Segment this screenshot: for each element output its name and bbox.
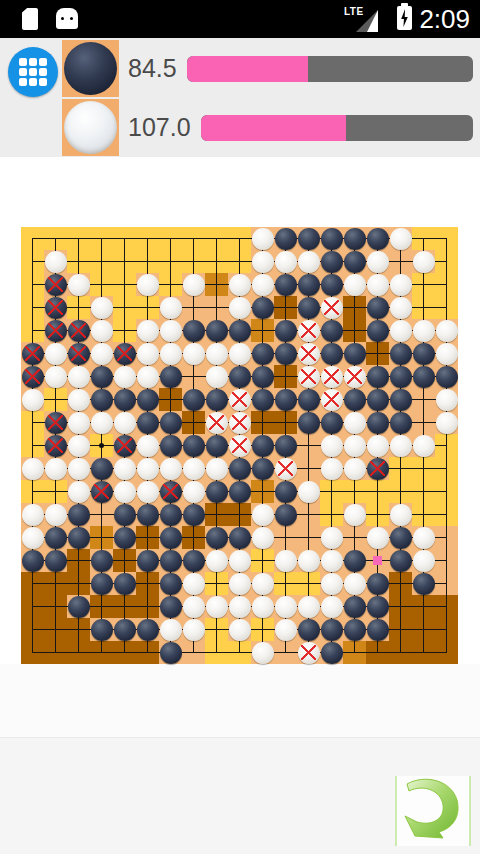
board-point-11-1[interactable] [251, 227, 274, 250]
board-point-4-4[interactable] [90, 296, 113, 319]
board-point-17-12[interactable] [389, 480, 412, 503]
board-point-2-19[interactable] [44, 641, 67, 664]
board-point-18-6[interactable] [412, 342, 435, 365]
board-point-11-11[interactable] [251, 457, 274, 480]
board-point-3-12[interactable] [67, 480, 90, 503]
board-point-12-3[interactable] [274, 273, 297, 296]
board-point-1-12[interactable] [21, 480, 44, 503]
board-point-9-9[interactable] [205, 411, 228, 434]
board-point-11-9[interactable] [251, 411, 274, 434]
board-point-4-18[interactable] [90, 618, 113, 641]
board-point-3-16[interactable] [67, 572, 90, 595]
board-point-14-10[interactable] [320, 434, 343, 457]
board-point-7-1[interactable] [159, 227, 182, 250]
board-point-5-15[interactable] [113, 549, 136, 572]
board-point-7-5[interactable] [159, 319, 182, 342]
board-point-10-6[interactable] [228, 342, 251, 365]
board-point-10-7[interactable] [228, 365, 251, 388]
board-point-13-15[interactable] [297, 549, 320, 572]
board-point-6-14[interactable] [136, 526, 159, 549]
board-point-1-9[interactable] [21, 411, 44, 434]
board-point-13-11[interactable] [297, 457, 320, 480]
board-point-12-4[interactable] [274, 296, 297, 319]
board-point-4-17[interactable] [90, 595, 113, 618]
board-point-17-5[interactable] [389, 319, 412, 342]
board-point-2-10[interactable] [44, 434, 67, 457]
board-point-17-4[interactable] [389, 296, 412, 319]
board-point-16-10[interactable] [366, 434, 389, 457]
board-point-6-18[interactable] [136, 618, 159, 641]
board-point-17-6[interactable] [389, 342, 412, 365]
board-point-11-10[interactable] [251, 434, 274, 457]
board-point-1-6[interactable] [21, 342, 44, 365]
board-point-7-7[interactable] [159, 365, 182, 388]
board-point-3-2[interactable] [67, 250, 90, 273]
board-point-10-10[interactable] [228, 434, 251, 457]
board-point-7-13[interactable] [159, 503, 182, 526]
board-point-14-14[interactable] [320, 526, 343, 549]
board-point-8-14[interactable] [182, 526, 205, 549]
board-point-10-11[interactable] [228, 457, 251, 480]
board-point-14-12[interactable] [320, 480, 343, 503]
board-point-4-16[interactable] [90, 572, 113, 595]
board-point-16-6[interactable] [366, 342, 389, 365]
board-point-12-2[interactable] [274, 250, 297, 273]
board-point-2-14[interactable] [44, 526, 67, 549]
board-point-13-5[interactable] [297, 319, 320, 342]
board-point-16-15[interactable] [366, 549, 389, 572]
board-point-8-8[interactable] [182, 388, 205, 411]
board-point-8-3[interactable] [182, 273, 205, 296]
board-point-11-5[interactable] [251, 319, 274, 342]
next-action-button[interactable] [395, 776, 471, 846]
board-point-19-19[interactable] [435, 641, 458, 664]
board-point-1-8[interactable] [21, 388, 44, 411]
board-point-17-19[interactable] [389, 641, 412, 664]
board-point-9-2[interactable] [205, 250, 228, 273]
board-point-1-3[interactable] [21, 273, 44, 296]
board-point-18-15[interactable] [412, 549, 435, 572]
board-point-3-3[interactable] [67, 273, 90, 296]
board-point-11-13[interactable] [251, 503, 274, 526]
board-point-8-12[interactable] [182, 480, 205, 503]
board-point-18-14[interactable] [412, 526, 435, 549]
board-point-15-14[interactable] [343, 526, 366, 549]
board-point-17-8[interactable] [389, 388, 412, 411]
board-point-18-16[interactable] [412, 572, 435, 595]
board-point-3-9[interactable] [67, 411, 90, 434]
board-point-4-19[interactable] [90, 641, 113, 664]
board-point-3-13[interactable] [67, 503, 90, 526]
board-point-8-13[interactable] [182, 503, 205, 526]
board-point-12-14[interactable] [274, 526, 297, 549]
board-point-8-5[interactable] [182, 319, 205, 342]
board-point-1-1[interactable] [21, 227, 44, 250]
board-point-14-7[interactable] [320, 365, 343, 388]
board-point-18-1[interactable] [412, 227, 435, 250]
board-point-3-7[interactable] [67, 365, 90, 388]
board-point-4-2[interactable] [90, 250, 113, 273]
board-point-10-5[interactable] [228, 319, 251, 342]
board-point-2-16[interactable] [44, 572, 67, 595]
board-point-1-2[interactable] [21, 250, 44, 273]
board-point-11-3[interactable] [251, 273, 274, 296]
board-point-5-4[interactable] [113, 296, 136, 319]
board-point-19-1[interactable] [435, 227, 458, 250]
board-point-7-15[interactable] [159, 549, 182, 572]
board-point-15-8[interactable] [343, 388, 366, 411]
board-point-8-1[interactable] [182, 227, 205, 250]
board-point-5-12[interactable] [113, 480, 136, 503]
board-point-11-2[interactable] [251, 250, 274, 273]
board-point-6-2[interactable] [136, 250, 159, 273]
board-point-6-19[interactable] [136, 641, 159, 664]
board-point-1-18[interactable] [21, 618, 44, 641]
board-point-7-10[interactable] [159, 434, 182, 457]
board-point-13-9[interactable] [297, 411, 320, 434]
board-point-6-10[interactable] [136, 434, 159, 457]
board-point-4-10[interactable] [90, 434, 113, 457]
board-point-1-19[interactable] [21, 641, 44, 664]
board-point-16-11[interactable] [366, 457, 389, 480]
board-point-4-5[interactable] [90, 319, 113, 342]
board-point-2-8[interactable] [44, 388, 67, 411]
board-point-3-18[interactable] [67, 618, 90, 641]
board-point-18-8[interactable] [412, 388, 435, 411]
board-point-6-15[interactable] [136, 549, 159, 572]
board-point-15-9[interactable] [343, 411, 366, 434]
board-point-14-4[interactable] [320, 296, 343, 319]
board-point-12-17[interactable] [274, 595, 297, 618]
board-point-6-4[interactable] [136, 296, 159, 319]
board-point-5-9[interactable] [113, 411, 136, 434]
board-point-6-12[interactable] [136, 480, 159, 503]
board-point-4-1[interactable] [90, 227, 113, 250]
board-point-13-2[interactable] [297, 250, 320, 273]
board-point-19-13[interactable] [435, 503, 458, 526]
board-point-6-9[interactable] [136, 411, 159, 434]
board-point-18-12[interactable] [412, 480, 435, 503]
board-point-10-16[interactable] [228, 572, 251, 595]
board-point-8-7[interactable] [182, 365, 205, 388]
board-point-4-15[interactable] [90, 549, 113, 572]
board-point-14-9[interactable] [320, 411, 343, 434]
board-point-8-16[interactable] [182, 572, 205, 595]
board-point-12-7[interactable] [274, 365, 297, 388]
board-point-16-7[interactable] [366, 365, 389, 388]
board-point-18-9[interactable] [412, 411, 435, 434]
board-point-11-6[interactable] [251, 342, 274, 365]
board-point-7-6[interactable] [159, 342, 182, 365]
board-point-16-1[interactable] [366, 227, 389, 250]
board-point-13-12[interactable] [297, 480, 320, 503]
board-point-6-1[interactable] [136, 227, 159, 250]
board-point-5-17[interactable] [113, 595, 136, 618]
board-point-2-3[interactable] [44, 273, 67, 296]
board-point-15-6[interactable] [343, 342, 366, 365]
board-point-3-19[interactable] [67, 641, 90, 664]
board-point-17-14[interactable] [389, 526, 412, 549]
board-point-19-12[interactable] [435, 480, 458, 503]
board-point-5-11[interactable] [113, 457, 136, 480]
board-point-15-13[interactable] [343, 503, 366, 526]
board-point-12-6[interactable] [274, 342, 297, 365]
board-point-15-17[interactable] [343, 595, 366, 618]
board-point-13-19[interactable] [297, 641, 320, 664]
board-point-2-4[interactable] [44, 296, 67, 319]
board-point-15-15[interactable] [343, 549, 366, 572]
board-point-9-8[interactable] [205, 388, 228, 411]
board-point-11-12[interactable] [251, 480, 274, 503]
board-point-14-1[interactable] [320, 227, 343, 250]
board-point-3-14[interactable] [67, 526, 90, 549]
board-point-8-10[interactable] [182, 434, 205, 457]
board-point-12-12[interactable] [274, 480, 297, 503]
board-point-10-13[interactable] [228, 503, 251, 526]
board-point-6-5[interactable] [136, 319, 159, 342]
board-point-5-2[interactable] [113, 250, 136, 273]
board-point-2-12[interactable] [44, 480, 67, 503]
board-point-13-17[interactable] [297, 595, 320, 618]
board-point-6-6[interactable] [136, 342, 159, 365]
board-point-8-11[interactable] [182, 457, 205, 480]
board-point-9-10[interactable] [205, 434, 228, 457]
board-point-17-13[interactable] [389, 503, 412, 526]
board-point-11-17[interactable] [251, 595, 274, 618]
board-point-15-2[interactable] [343, 250, 366, 273]
board-point-16-16[interactable] [366, 572, 389, 595]
board-point-9-5[interactable] [205, 319, 228, 342]
board-point-8-15[interactable] [182, 549, 205, 572]
board-point-8-9[interactable] [182, 411, 205, 434]
board-point-13-3[interactable] [297, 273, 320, 296]
board-point-11-7[interactable] [251, 365, 274, 388]
board-point-14-18[interactable] [320, 618, 343, 641]
board-point-10-14[interactable] [228, 526, 251, 549]
board-point-12-8[interactable] [274, 388, 297, 411]
board-point-9-14[interactable] [205, 526, 228, 549]
board-point-7-9[interactable] [159, 411, 182, 434]
board-point-11-18[interactable] [251, 618, 274, 641]
board-point-13-16[interactable] [297, 572, 320, 595]
board-point-10-15[interactable] [228, 549, 251, 572]
board-point-5-14[interactable] [113, 526, 136, 549]
board-point-17-11[interactable] [389, 457, 412, 480]
board-point-9-3[interactable] [205, 273, 228, 296]
board-point-1-7[interactable] [21, 365, 44, 388]
board-point-2-11[interactable] [44, 457, 67, 480]
board-point-3-8[interactable] [67, 388, 90, 411]
board-point-18-17[interactable] [412, 595, 435, 618]
board-point-14-8[interactable] [320, 388, 343, 411]
board-point-9-12[interactable] [205, 480, 228, 503]
board-point-5-13[interactable] [113, 503, 136, 526]
board-point-13-8[interactable] [297, 388, 320, 411]
board-point-16-2[interactable] [366, 250, 389, 273]
board-point-16-13[interactable] [366, 503, 389, 526]
board-point-16-3[interactable] [366, 273, 389, 296]
board-point-12-10[interactable] [274, 434, 297, 457]
board-point-7-18[interactable] [159, 618, 182, 641]
board-point-13-10[interactable] [297, 434, 320, 457]
board-point-17-7[interactable] [389, 365, 412, 388]
board-point-5-5[interactable] [113, 319, 136, 342]
board-point-14-16[interactable] [320, 572, 343, 595]
board-point-16-4[interactable] [366, 296, 389, 319]
board-point-9-4[interactable] [205, 296, 228, 319]
board-point-5-7[interactable] [113, 365, 136, 388]
board-point-11-8[interactable] [251, 388, 274, 411]
board-point-19-18[interactable] [435, 618, 458, 641]
board-point-12-5[interactable] [274, 319, 297, 342]
board-point-3-6[interactable] [67, 342, 90, 365]
board-point-8-19[interactable] [182, 641, 205, 664]
board-point-3-10[interactable] [67, 434, 90, 457]
board-point-5-6[interactable] [113, 342, 136, 365]
board-point-10-8[interactable] [228, 388, 251, 411]
board-point-14-3[interactable] [320, 273, 343, 296]
board-point-9-16[interactable] [205, 572, 228, 595]
board-point-2-1[interactable] [44, 227, 67, 250]
board-point-6-3[interactable] [136, 273, 159, 296]
board-point-9-7[interactable] [205, 365, 228, 388]
board-point-1-4[interactable] [21, 296, 44, 319]
board-point-2-7[interactable] [44, 365, 67, 388]
board-point-16-8[interactable] [366, 388, 389, 411]
board-point-1-16[interactable] [21, 572, 44, 595]
board-point-7-17[interactable] [159, 595, 182, 618]
board-point-8-17[interactable] [182, 595, 205, 618]
board-point-15-10[interactable] [343, 434, 366, 457]
board-point-14-11[interactable] [320, 457, 343, 480]
board-point-18-19[interactable] [412, 641, 435, 664]
board-point-19-7[interactable] [435, 365, 458, 388]
board-point-1-10[interactable] [21, 434, 44, 457]
board-point-3-15[interactable] [67, 549, 90, 572]
board-point-6-13[interactable] [136, 503, 159, 526]
board-point-1-11[interactable] [21, 457, 44, 480]
board-point-6-17[interactable] [136, 595, 159, 618]
menu-button[interactable] [8, 47, 58, 97]
board-point-18-5[interactable] [412, 319, 435, 342]
board-point-5-1[interactable] [113, 227, 136, 250]
board-point-17-10[interactable] [389, 434, 412, 457]
board-point-18-7[interactable] [412, 365, 435, 388]
board-point-18-13[interactable] [412, 503, 435, 526]
board-point-1-15[interactable] [21, 549, 44, 572]
board-point-12-1[interactable] [274, 227, 297, 250]
board-point-4-7[interactable] [90, 365, 113, 388]
board-point-18-18[interactable] [412, 618, 435, 641]
board-point-1-5[interactable] [21, 319, 44, 342]
board-point-19-9[interactable] [435, 411, 458, 434]
board-point-19-4[interactable] [435, 296, 458, 319]
board-point-15-7[interactable] [343, 365, 366, 388]
board-point-3-4[interactable] [67, 296, 90, 319]
board-point-3-1[interactable] [67, 227, 90, 250]
board-point-18-11[interactable] [412, 457, 435, 480]
board-point-2-15[interactable] [44, 549, 67, 572]
board-point-5-3[interactable] [113, 273, 136, 296]
board-point-10-19[interactable] [228, 641, 251, 664]
board-point-10-3[interactable] [228, 273, 251, 296]
board-point-18-10[interactable] [412, 434, 435, 457]
board-point-12-13[interactable] [274, 503, 297, 526]
board-point-5-16[interactable] [113, 572, 136, 595]
board-point-15-5[interactable] [343, 319, 366, 342]
board-point-11-14[interactable] [251, 526, 274, 549]
board-point-2-2[interactable] [44, 250, 67, 273]
board-point-7-4[interactable] [159, 296, 182, 319]
board-point-19-5[interactable] [435, 319, 458, 342]
board-point-7-19[interactable] [159, 641, 182, 664]
board-point-9-15[interactable] [205, 549, 228, 572]
board-point-3-17[interactable] [67, 595, 90, 618]
board-point-19-17[interactable] [435, 595, 458, 618]
board-point-16-5[interactable] [366, 319, 389, 342]
board-point-17-16[interactable] [389, 572, 412, 595]
board-point-15-3[interactable] [343, 273, 366, 296]
board-point-15-12[interactable] [343, 480, 366, 503]
board-point-11-19[interactable] [251, 641, 274, 664]
board-point-17-3[interactable] [389, 273, 412, 296]
board-point-13-18[interactable] [297, 618, 320, 641]
board-point-2-5[interactable] [44, 319, 67, 342]
board-point-2-17[interactable] [44, 595, 67, 618]
board-point-2-18[interactable] [44, 618, 67, 641]
board-point-14-19[interactable] [320, 641, 343, 664]
board-point-13-1[interactable] [297, 227, 320, 250]
board-point-8-4[interactable] [182, 296, 205, 319]
board-point-9-18[interactable] [205, 618, 228, 641]
board-point-8-2[interactable] [182, 250, 205, 273]
board-point-19-2[interactable] [435, 250, 458, 273]
board-point-14-15[interactable] [320, 549, 343, 572]
board-point-15-4[interactable] [343, 296, 366, 319]
board-point-17-2[interactable] [389, 250, 412, 273]
board-point-7-12[interactable] [159, 480, 182, 503]
board-point-2-13[interactable] [44, 503, 67, 526]
board-point-3-5[interactable] [67, 319, 90, 342]
board-point-16-17[interactable] [366, 595, 389, 618]
board-point-4-13[interactable] [90, 503, 113, 526]
board-point-14-6[interactable] [320, 342, 343, 365]
board-point-17-17[interactable] [389, 595, 412, 618]
board-point-1-13[interactable] [21, 503, 44, 526]
board-point-7-16[interactable] [159, 572, 182, 595]
board-point-6-16[interactable] [136, 572, 159, 595]
board-point-13-7[interactable] [297, 365, 320, 388]
board-point-15-1[interactable] [343, 227, 366, 250]
board-point-19-15[interactable] [435, 549, 458, 572]
board-point-19-3[interactable] [435, 273, 458, 296]
board-point-10-2[interactable] [228, 250, 251, 273]
board-point-19-16[interactable] [435, 572, 458, 595]
board-point-17-15[interactable] [389, 549, 412, 572]
board-point-13-13[interactable] [297, 503, 320, 526]
board-point-2-9[interactable] [44, 411, 67, 434]
board-point-7-14[interactable] [159, 526, 182, 549]
board-point-16-14[interactable] [366, 526, 389, 549]
board-point-12-18[interactable] [274, 618, 297, 641]
board-point-10-1[interactable] [228, 227, 251, 250]
board-point-10-12[interactable] [228, 480, 251, 503]
board-point-15-11[interactable] [343, 457, 366, 480]
board-point-7-2[interactable] [159, 250, 182, 273]
board-point-13-14[interactable] [297, 526, 320, 549]
board-point-16-18[interactable] [366, 618, 389, 641]
board-point-4-12[interactable] [90, 480, 113, 503]
